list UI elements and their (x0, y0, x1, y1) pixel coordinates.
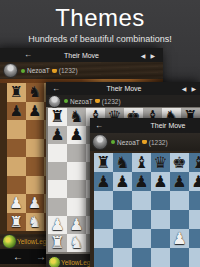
board-square[interactable] (132, 229, 151, 248)
black-knight: ♞ (67, 108, 86, 126)
white-rook: ♜ (7, 213, 26, 232)
page-subtitle: Hundreds of beautiful combinations! (0, 34, 200, 44)
board-square[interactable]: ♟ (67, 126, 86, 144)
app-bar-title: Their Move (0, 52, 163, 59)
black-pawn: ♟ (132, 172, 151, 191)
board-square[interactable] (189, 229, 200, 248)
black-knight: ♞ (26, 83, 45, 102)
board-square[interactable] (94, 229, 113, 248)
opponent-row[interactable]: NezoaT (1232) (0, 62, 163, 79)
black-pawn: ♟ (48, 126, 67, 144)
move-nav-arrows: ◀▶ (182, 85, 196, 92)
black-pawn: ♟ (94, 172, 113, 191)
board-square[interactable] (7, 120, 26, 139)
board-square[interactable]: ♜ (48, 234, 67, 252)
undo-move-icon[interactable]: ← (13, 252, 23, 262)
player-rating: (1232) (102, 98, 121, 105)
board-square[interactable] (113, 210, 132, 229)
opponent-row[interactable]: NezoaT (1232) (90, 133, 200, 151)
white-rook: ♜ (48, 234, 67, 252)
black-pawn: ♟ (67, 126, 86, 144)
board-square[interactable] (170, 191, 189, 210)
black-pawn: ♟ (26, 102, 45, 121)
player-name: NezoaT (117, 139, 140, 146)
black-pawn: ♟ (7, 102, 26, 121)
board-square[interactable] (7, 176, 26, 195)
board-frame: ♜♞♝♛♚♝♞♜♟♟♟♟♟♟♟♟♟♟♟♟♟♟♟♟♜♞♝♛♚♝♞♜ (90, 151, 200, 267)
board-square[interactable]: ♟ (170, 229, 189, 248)
black-pawn: ♟ (151, 172, 170, 191)
black-queen: ♛ (151, 153, 170, 172)
board-square[interactable] (170, 248, 189, 267)
app-bar: ← Their Move ◀▶ (0, 48, 163, 62)
board-square[interactable] (151, 248, 170, 267)
board-square[interactable]: ♞ (26, 213, 45, 232)
board-square[interactable]: ♟ (170, 172, 189, 191)
board-square[interactable] (48, 198, 67, 216)
board-square[interactable] (113, 248, 132, 267)
board-square[interactable]: ♞ (67, 108, 86, 126)
player-rating: (1232) (59, 67, 78, 74)
board-square[interactable] (132, 248, 151, 267)
white-pawn: ♟ (48, 216, 67, 234)
board-square[interactable]: ♟ (26, 102, 45, 121)
board-square[interactable] (48, 180, 67, 198)
board-square[interactable]: ♜ (7, 83, 26, 102)
board-square[interactable] (189, 248, 200, 267)
board-square[interactable] (48, 162, 67, 180)
black-bishop: ♝ (132, 153, 151, 172)
online-icon (21, 69, 25, 73)
board-square[interactable] (7, 139, 26, 158)
board-square[interactable] (26, 139, 45, 158)
black-bishop: ♝ (189, 153, 200, 172)
board-square[interactable]: ♜ (48, 108, 67, 126)
player-name: YellowLeg (61, 259, 90, 266)
board-square[interactable]: ♜ (94, 153, 113, 172)
prev-move-icon[interactable]: ◀ (182, 85, 187, 92)
screenshot-blue-theme: ← Their Move ◀▶ NezoaT (1232) ♜♞♝♛♚♝♞♜♟♟… (90, 118, 200, 267)
next-move-icon[interactable]: ▶ (150, 52, 155, 59)
board-square[interactable] (48, 144, 67, 162)
redo-move-icon[interactable]: → (36, 252, 46, 262)
board-square[interactable]: ♟ (7, 102, 26, 121)
page-title: Themes (0, 4, 200, 32)
app-bar-title: Their Move (46, 85, 200, 92)
board-square[interactable] (67, 144, 86, 162)
app-bar: ← Their Move ◀▶ (90, 118, 200, 133)
board-square[interactable]: ♟ (26, 194, 45, 213)
black-king: ♚ (170, 153, 189, 172)
black-rook: ♜ (94, 153, 113, 172)
board-square[interactable]: ♟ (94, 172, 113, 191)
board-square[interactable] (151, 191, 170, 210)
black-pawn: ♟ (170, 172, 189, 191)
prev-move-icon[interactable]: ◀ (141, 52, 146, 59)
avatar (48, 95, 61, 108)
avatar (48, 256, 61, 267)
board-square[interactable] (170, 210, 189, 229)
promo-screenshot: Themes Hundreds of beautiful combination… (0, 0, 200, 267)
trophy-icon (95, 99, 100, 103)
board-square[interactable] (67, 180, 86, 198)
board-square[interactable] (26, 157, 45, 176)
black-rook: ♜ (7, 83, 26, 102)
board-square[interactable]: ♞ (67, 234, 86, 252)
board-square[interactable] (7, 157, 26, 176)
board-square[interactable] (132, 191, 151, 210)
board-square[interactable]: ♟ (48, 126, 67, 144)
player-rating: (1232) (149, 139, 168, 146)
board-square[interactable] (67, 198, 86, 216)
move-nav-arrows: ◀▶ (141, 52, 155, 59)
black-pawn: ♟ (113, 172, 132, 191)
chessboard[interactable]: ♜♞♝♛♚♝♞♜♟♟♟♟♟♟♟♟♟♟♟♟♟♟♟♟♜♞♝♛♚♝♞♜ (94, 153, 200, 267)
board-square[interactable] (67, 162, 86, 180)
board-square[interactable]: ♟ (67, 216, 86, 234)
white-pawn: ♟ (26, 194, 45, 213)
player-name: NezoaT (70, 98, 93, 105)
player-name: YellowLeg (17, 238, 46, 245)
hero-header: Themes Hundreds of beautiful combination… (0, 0, 200, 44)
board-square[interactable] (189, 191, 200, 210)
board-square[interactable]: ♞ (26, 83, 45, 102)
online-icon (64, 99, 68, 103)
board-square[interactable]: ♟ (132, 172, 151, 191)
avatar (92, 134, 108, 150)
board-square[interactable]: ♟ (113, 172, 132, 191)
board-square[interactable]: ♟ (189, 172, 200, 191)
app-bar-title: Their Move (90, 122, 200, 129)
black-knight: ♞ (113, 153, 132, 172)
online-icon (111, 140, 115, 144)
board-square[interactable] (113, 229, 132, 248)
board-square[interactable]: ♜ (7, 213, 26, 232)
board-square[interactable]: ♟ (151, 172, 170, 191)
white-pawn: ♟ (7, 194, 26, 213)
board-square[interactable] (151, 210, 170, 229)
opponent-row[interactable]: NezoaT (1232) (46, 95, 200, 107)
player-name: NezoaT (27, 67, 50, 74)
white-pawn: ♟ (170, 229, 189, 248)
board-square[interactable]: ♚ (170, 153, 189, 172)
board-square[interactable]: ♝ (132, 153, 151, 172)
white-knight: ♞ (67, 234, 86, 252)
board-square[interactable]: ♟ (7, 194, 26, 213)
board-square[interactable] (132, 210, 151, 229)
board-square[interactable] (189, 210, 200, 229)
white-knight: ♞ (26, 213, 45, 232)
avatar (2, 234, 17, 249)
black-pawn: ♟ (189, 172, 200, 191)
board-square[interactable] (151, 229, 170, 248)
avatar (3, 63, 18, 78)
board-square[interactable] (94, 248, 113, 267)
trophy-icon (52, 69, 57, 73)
next-move-icon[interactable]: ▶ (191, 85, 196, 92)
board-square[interactable]: ♞ (113, 153, 132, 172)
app-bar: ← Their Move ◀▶ (46, 82, 200, 95)
white-pawn: ♟ (67, 216, 86, 234)
black-rook: ♜ (48, 108, 67, 126)
trophy-icon (142, 140, 147, 144)
board-square[interactable] (94, 210, 113, 229)
board-square[interactable]: ♟ (48, 216, 67, 234)
board-square[interactable] (26, 120, 45, 139)
board-square[interactable]: ♝ (189, 153, 200, 172)
board-square[interactable] (113, 191, 132, 210)
board-square[interactable] (26, 176, 45, 195)
board-square[interactable]: ♛ (151, 153, 170, 172)
board-square[interactable] (94, 191, 113, 210)
